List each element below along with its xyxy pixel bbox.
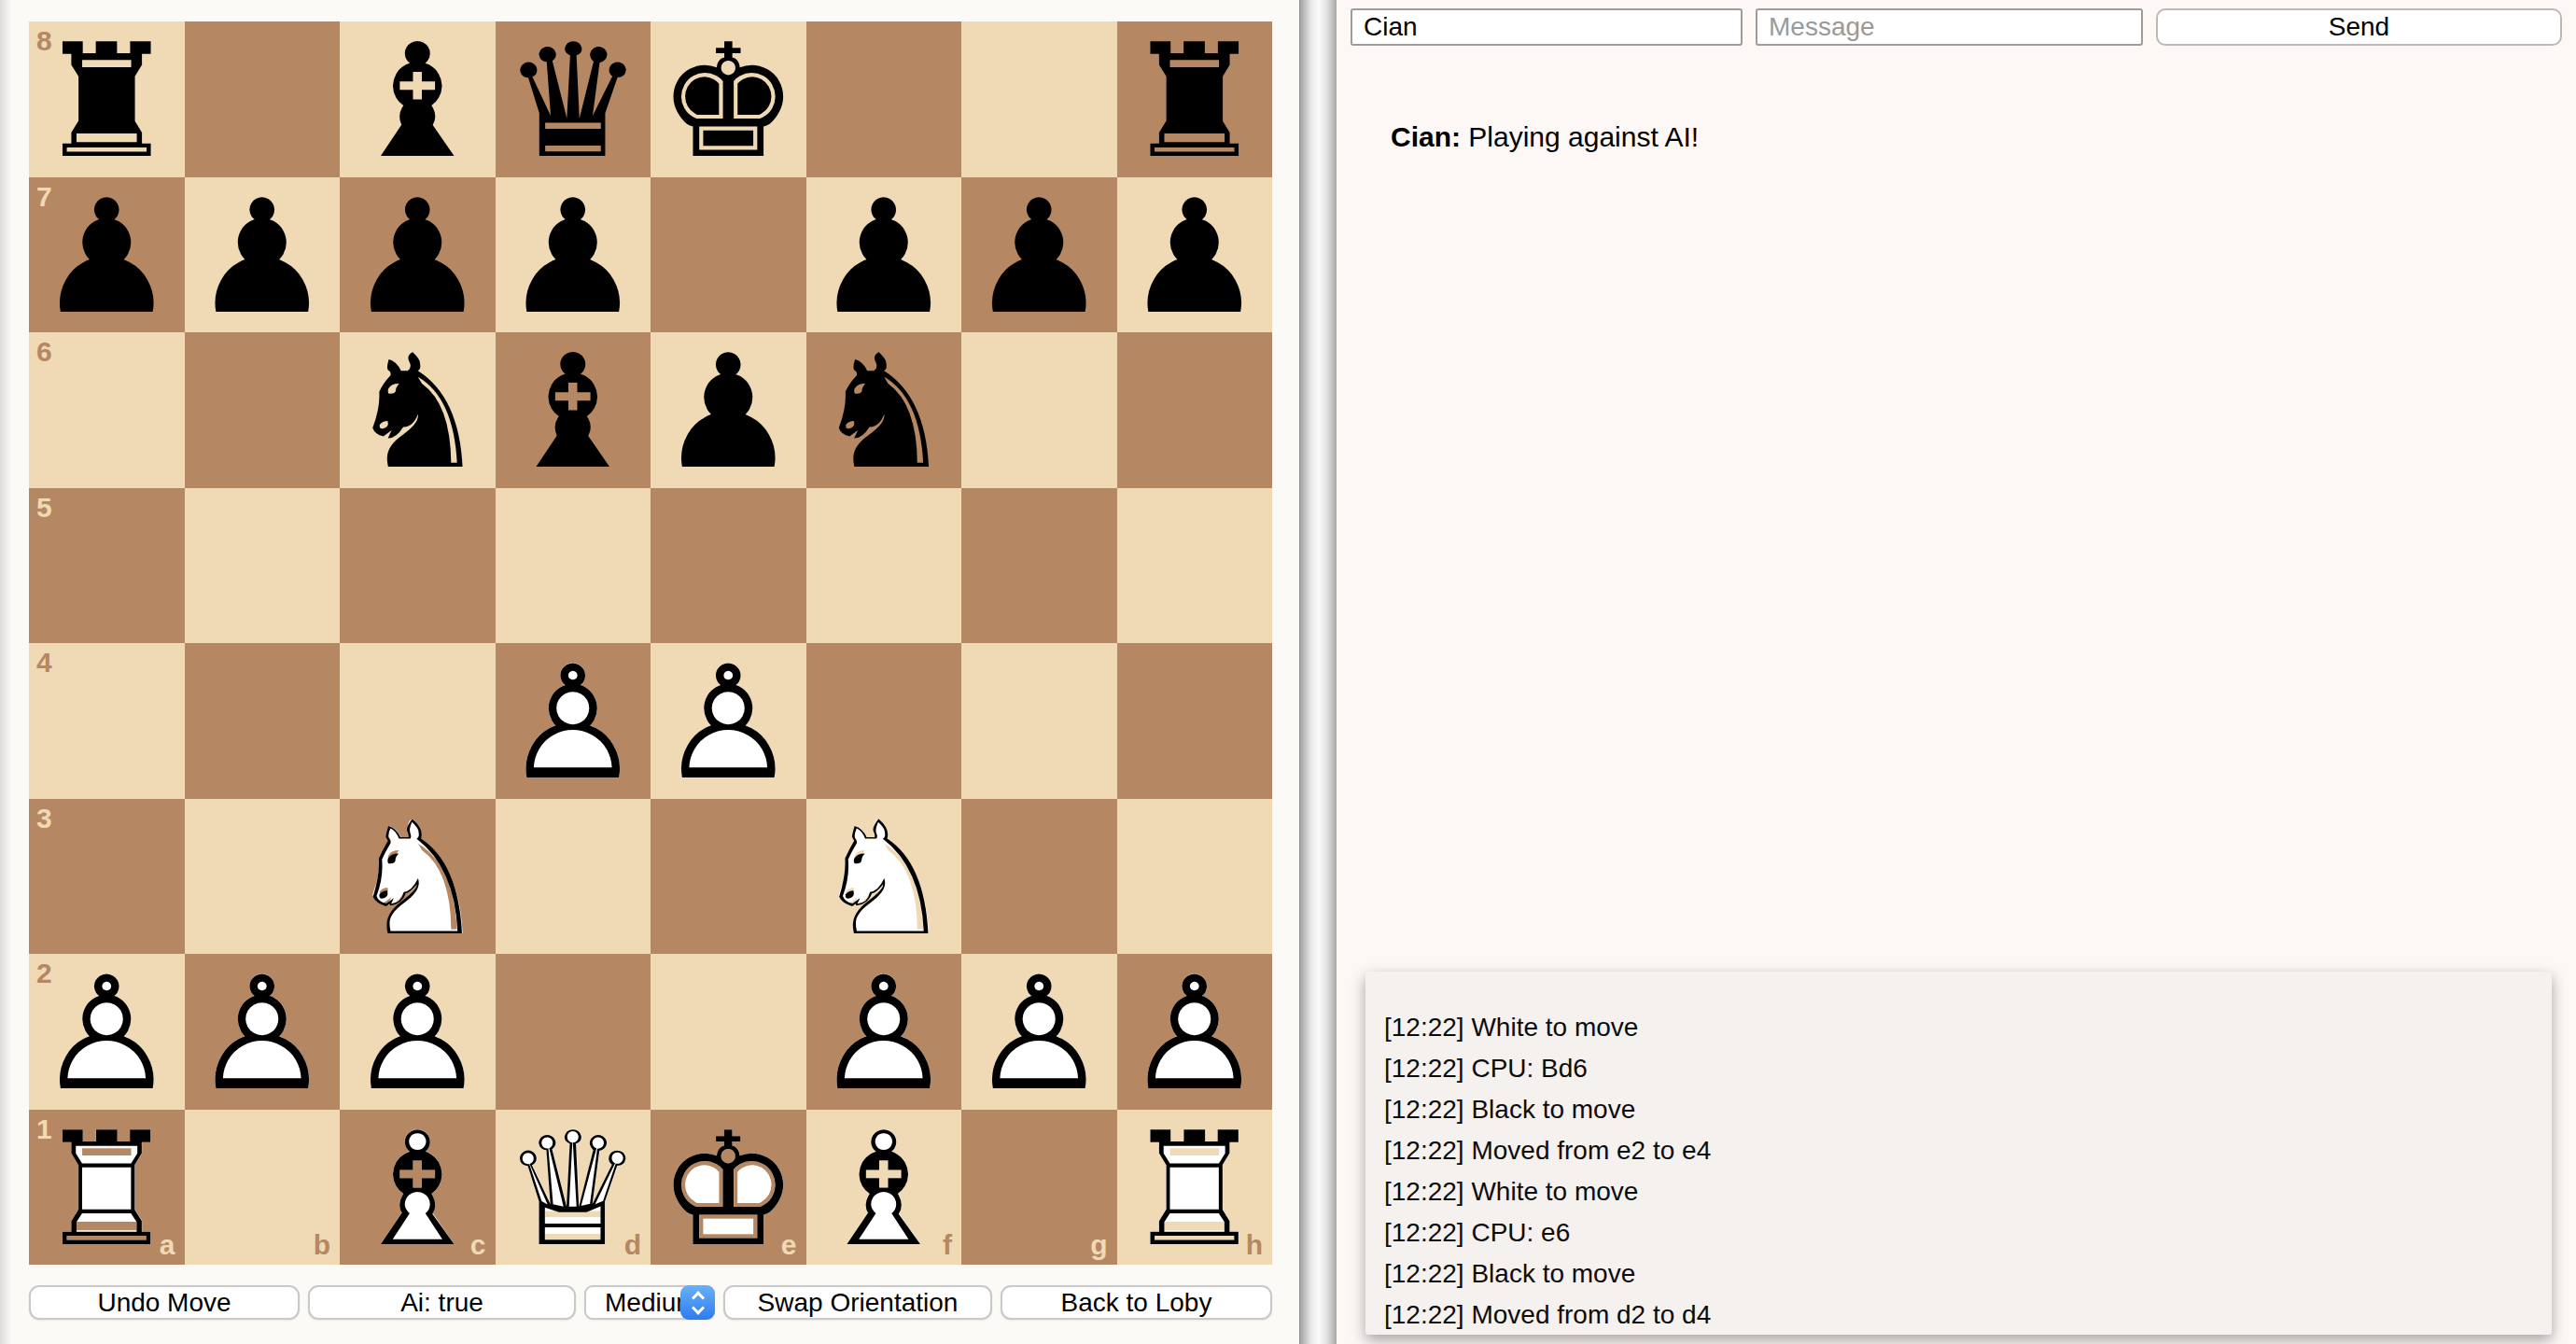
square-c3[interactable]: ♞♘ <box>340 799 496 955</box>
square-d1[interactable]: d♛♕ <box>496 1110 651 1266</box>
square-d5[interactable] <box>496 488 651 644</box>
square-g2[interactable]: ♟♙ <box>961 954 1117 1110</box>
square-f4[interactable] <box>806 643 962 799</box>
square-f8[interactable] <box>806 21 962 177</box>
square-e6[interactable]: ♟ <box>651 332 806 488</box>
file-label-a: a <box>160 1231 175 1259</box>
square-b5[interactable] <box>185 488 341 644</box>
square-f7[interactable]: ♟ <box>806 177 962 333</box>
square-h4[interactable] <box>1117 643 1273 799</box>
back-to-lobby-button[interactable]: Back to Loby <box>1001 1285 1272 1320</box>
square-e2[interactable] <box>651 954 806 1110</box>
log-entry: [12:22] Black to move <box>1384 1260 2552 1288</box>
rank-label-6: 6 <box>36 338 52 366</box>
file-label-c: c <box>470 1231 486 1259</box>
log-entry: [12:22] CPU: e6 <box>1384 1219 2552 1247</box>
square-h2[interactable]: ♟♙ <box>1117 954 1273 1110</box>
rank-label-1: 1 <box>36 1115 52 1143</box>
square-d4[interactable]: ♟♙ <box>496 643 651 799</box>
log-entry: [12:22] White to move <box>1384 1014 2552 1042</box>
square-b4[interactable] <box>185 643 341 799</box>
square-h7[interactable]: ♟ <box>1117 177 1273 333</box>
square-h5[interactable] <box>1117 488 1273 644</box>
log-entry: [12:22] White to move <box>1384 1178 2552 1206</box>
square-h8[interactable]: ♜ <box>1117 21 1273 177</box>
square-b1[interactable]: b <box>185 1110 341 1266</box>
chat-message-input[interactable] <box>1756 8 2143 46</box>
move-log[interactable]: [12:22] White to move[12:22] CPU: Bd6[12… <box>1365 972 2552 1335</box>
square-e5[interactable] <box>651 488 806 644</box>
chat-panel: Send Cian: Playing against AI! [12:22] W… <box>1337 0 2576 1344</box>
undo-move-button[interactable]: Undo Move <box>29 1285 300 1320</box>
difficulty-select[interactable]: Medium <box>584 1285 715 1320</box>
square-a5[interactable]: 5 <box>29 488 185 644</box>
square-b8[interactable] <box>185 21 341 177</box>
square-a7[interactable]: 7♟ <box>29 177 185 333</box>
chess-board: 8♜♝♛♚♜7♟♟♟♟♟♟♟6♞♝♟♞54♟♙♟♙3♞♘♞♘2♟♙♟♙♟♙♟♙♟… <box>29 21 1272 1265</box>
square-e4[interactable]: ♟♙ <box>651 643 806 799</box>
square-h6[interactable] <box>1117 332 1273 488</box>
file-label-g: g <box>1090 1231 1107 1259</box>
square-e3[interactable] <box>651 799 806 955</box>
square-d7[interactable]: ♟ <box>496 177 651 333</box>
square-g1[interactable]: g <box>961 1110 1117 1266</box>
square-e1[interactable]: e♚♔ <box>651 1110 806 1266</box>
chat-message: Cian: Playing against AI! <box>1391 121 2548 153</box>
square-a2[interactable]: 2♟♙ <box>29 954 185 1110</box>
chevron-down-icon <box>691 1301 704 1314</box>
square-b3[interactable] <box>185 799 341 955</box>
log-entry: [12:22] Moved from d2 to d4 <box>1384 1301 2552 1329</box>
square-a1[interactable]: 1a♜♖ <box>29 1110 185 1266</box>
square-c4[interactable] <box>340 643 496 799</box>
square-c1[interactable]: c♝♗ <box>340 1110 496 1266</box>
game-panel: 8♜♝♛♚♜7♟♟♟♟♟♟♟6♞♝♟♞54♟♙♟♙3♞♘♞♘2♟♙♟♙♟♙♟♙♟… <box>0 0 1299 1344</box>
file-label-h: h <box>1246 1231 1263 1259</box>
square-e7[interactable] <box>651 177 806 333</box>
rank-label-4: 4 <box>36 649 52 677</box>
square-d2[interactable] <box>496 954 651 1110</box>
square-b2[interactable]: ♟♙ <box>185 954 341 1110</box>
square-b6[interactable] <box>185 332 341 488</box>
square-d8[interactable]: ♛ <box>496 21 651 177</box>
square-c8[interactable]: ♝ <box>340 21 496 177</box>
select-stepper-icon <box>680 1285 715 1320</box>
square-a4[interactable]: 4 <box>29 643 185 799</box>
panel-scrollbar[interactable] <box>1299 0 1337 1344</box>
square-h1[interactable]: h♜♖ <box>1117 1110 1273 1266</box>
square-d6[interactable]: ♝ <box>496 332 651 488</box>
rank-label-2: 2 <box>36 959 52 987</box>
chat-author: Cian: <box>1391 121 1461 152</box>
log-entry: [12:22] Moved from e2 to e4 <box>1384 1137 2552 1165</box>
file-label-d: d <box>624 1231 641 1259</box>
send-button[interactable]: Send <box>2156 8 2562 46</box>
square-g3[interactable] <box>961 799 1117 955</box>
square-h3[interactable] <box>1117 799 1273 955</box>
log-entry: [12:22] CPU: Bd6 <box>1384 1055 2552 1083</box>
file-label-f: f <box>943 1231 952 1259</box>
square-g5[interactable] <box>961 488 1117 644</box>
square-a8[interactable]: 8♜ <box>29 21 185 177</box>
square-c7[interactable]: ♟ <box>340 177 496 333</box>
square-f5[interactable] <box>806 488 962 644</box>
square-b7[interactable]: ♟ <box>185 177 341 333</box>
rank-label-3: 3 <box>36 805 52 833</box>
square-g6[interactable] <box>961 332 1117 488</box>
player-name-input[interactable] <box>1351 8 1743 46</box>
ai-toggle-button[interactable]: Ai: true <box>308 1285 576 1320</box>
square-f6[interactable]: ♞ <box>806 332 962 488</box>
square-f2[interactable]: ♟♙ <box>806 954 962 1110</box>
log-entry: [12:22] Black to move <box>1384 1096 2552 1124</box>
file-label-e: e <box>781 1231 797 1259</box>
file-label-b: b <box>314 1231 330 1259</box>
game-controls: Undo Move Ai: true Medium Swap Orientati… <box>29 1285 1272 1320</box>
square-g8[interactable] <box>961 21 1117 177</box>
chat-toolbar: Send <box>1337 8 2576 46</box>
rank-label-7: 7 <box>36 183 52 211</box>
square-e8[interactable]: ♚ <box>651 21 806 177</box>
swap-orientation-button[interactable]: Swap Orientation <box>723 1285 992 1320</box>
square-c5[interactable] <box>340 488 496 644</box>
rank-label-8: 8 <box>36 27 52 55</box>
square-c6[interactable]: ♞ <box>340 332 496 488</box>
square-g4[interactable] <box>961 643 1117 799</box>
square-c2[interactable]: ♟♙ <box>340 954 496 1110</box>
square-f3[interactable]: ♞♘ <box>806 799 962 955</box>
page-edge-shade <box>0 0 11 1344</box>
square-d3[interactable] <box>496 799 651 955</box>
rank-label-5: 5 <box>36 494 52 522</box>
square-a6[interactable]: 6 <box>29 332 185 488</box>
square-g7[interactable]: ♟ <box>961 177 1117 333</box>
square-f1[interactable]: f♝♗ <box>806 1110 962 1266</box>
square-a3[interactable]: 3 <box>29 799 185 955</box>
chat-history: Cian: Playing against AI! <box>1391 121 2548 170</box>
